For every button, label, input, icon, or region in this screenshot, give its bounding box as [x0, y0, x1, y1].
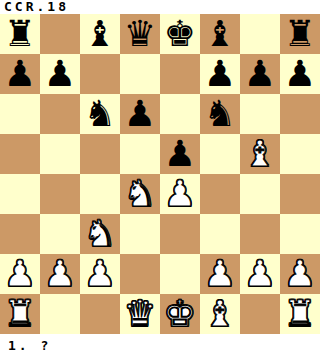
square-c4[interactable]: [80, 174, 120, 214]
piece-black-knight[interactable]: ♞: [204, 94, 236, 134]
square-f5[interactable]: [200, 134, 240, 174]
square-b8[interactable]: [40, 14, 80, 54]
square-a8[interactable]: ♜: [0, 14, 40, 54]
square-e5[interactable]: ♟: [160, 134, 200, 174]
chess-board: ♜♝♛♚♝♜♟♟♟♟♟♞♟♞♟♝♞♟♞♟♟♟♟♟♟♜♛♚♝♜: [0, 14, 320, 334]
square-c7[interactable]: [80, 54, 120, 94]
square-h2[interactable]: ♟: [280, 254, 320, 294]
piece-white-bishop[interactable]: ♝: [244, 134, 276, 174]
square-f8[interactable]: ♝: [200, 14, 240, 54]
square-c1[interactable]: [80, 294, 120, 334]
square-f7[interactable]: ♟: [200, 54, 240, 94]
piece-white-pawn[interactable]: ♟: [84, 254, 116, 294]
piece-white-pawn[interactable]: ♟: [164, 174, 196, 214]
square-f4[interactable]: [200, 174, 240, 214]
square-e7[interactable]: [160, 54, 200, 94]
piece-white-pawn[interactable]: ♟: [284, 254, 316, 294]
piece-white-rook[interactable]: ♜: [284, 294, 316, 334]
square-d6[interactable]: ♟: [120, 94, 160, 134]
piece-white-queen[interactable]: ♛: [124, 294, 156, 334]
square-a6[interactable]: [0, 94, 40, 134]
square-e6[interactable]: [160, 94, 200, 134]
piece-black-knight[interactable]: ♞: [84, 94, 116, 134]
square-d5[interactable]: [120, 134, 160, 174]
piece-white-bishop[interactable]: ♝: [204, 294, 236, 334]
piece-black-pawn[interactable]: ♟: [44, 54, 76, 94]
square-h6[interactable]: [280, 94, 320, 134]
piece-white-rook[interactable]: ♜: [4, 294, 36, 334]
square-e8[interactable]: ♚: [160, 14, 200, 54]
square-d2[interactable]: [120, 254, 160, 294]
square-d7[interactable]: [120, 54, 160, 94]
square-b7[interactable]: ♟: [40, 54, 80, 94]
piece-black-bishop[interactable]: ♝: [84, 14, 116, 54]
square-f1[interactable]: ♝: [200, 294, 240, 334]
square-g1[interactable]: [240, 294, 280, 334]
square-f6[interactable]: ♞: [200, 94, 240, 134]
square-g8[interactable]: [240, 14, 280, 54]
square-g2[interactable]: ♟: [240, 254, 280, 294]
square-e3[interactable]: [160, 214, 200, 254]
square-c8[interactable]: ♝: [80, 14, 120, 54]
piece-black-pawn[interactable]: ♟: [164, 134, 196, 174]
piece-white-pawn[interactable]: ♟: [4, 254, 36, 294]
square-a3[interactable]: [0, 214, 40, 254]
piece-black-queen[interactable]: ♛: [124, 14, 156, 54]
square-a1[interactable]: ♜: [0, 294, 40, 334]
square-c5[interactable]: [80, 134, 120, 174]
piece-black-pawn[interactable]: ♟: [244, 54, 276, 94]
square-e2[interactable]: [160, 254, 200, 294]
move-prompt: 1. ?: [8, 338, 51, 354]
piece-white-king[interactable]: ♚: [164, 294, 196, 334]
square-e4[interactable]: ♟: [160, 174, 200, 214]
square-c6[interactable]: ♞: [80, 94, 120, 134]
square-f2[interactable]: ♟: [200, 254, 240, 294]
piece-black-pawn[interactable]: ♟: [4, 54, 36, 94]
square-a5[interactable]: [0, 134, 40, 174]
piece-white-pawn[interactable]: ♟: [204, 254, 236, 294]
square-a4[interactable]: [0, 174, 40, 214]
square-b5[interactable]: [40, 134, 80, 174]
square-a2[interactable]: ♟: [0, 254, 40, 294]
square-e1[interactable]: ♚: [160, 294, 200, 334]
square-g6[interactable]: [240, 94, 280, 134]
square-h8[interactable]: ♜: [280, 14, 320, 54]
square-h4[interactable]: [280, 174, 320, 214]
piece-black-bishop[interactable]: ♝: [204, 14, 236, 54]
square-d8[interactable]: ♛: [120, 14, 160, 54]
piece-black-pawn[interactable]: ♟: [284, 54, 316, 94]
square-h5[interactable]: [280, 134, 320, 174]
piece-black-pawn[interactable]: ♟: [124, 94, 156, 134]
square-c2[interactable]: ♟: [80, 254, 120, 294]
square-d1[interactable]: ♛: [120, 294, 160, 334]
piece-white-knight[interactable]: ♞: [124, 174, 156, 214]
square-g5[interactable]: ♝: [240, 134, 280, 174]
square-f3[interactable]: [200, 214, 240, 254]
square-g3[interactable]: [240, 214, 280, 254]
piece-black-pawn[interactable]: ♟: [204, 54, 236, 94]
square-h7[interactable]: ♟: [280, 54, 320, 94]
square-b2[interactable]: ♟: [40, 254, 80, 294]
square-g4[interactable]: [240, 174, 280, 214]
square-d4[interactable]: ♞: [120, 174, 160, 214]
square-b1[interactable]: [40, 294, 80, 334]
square-d3[interactable]: [120, 214, 160, 254]
square-b6[interactable]: [40, 94, 80, 134]
piece-black-king[interactable]: ♚: [164, 14, 196, 54]
square-b4[interactable]: [40, 174, 80, 214]
square-h1[interactable]: ♜: [280, 294, 320, 334]
piece-white-pawn[interactable]: ♟: [244, 254, 276, 294]
square-g7[interactable]: ♟: [240, 54, 280, 94]
piece-black-rook[interactable]: ♜: [284, 14, 316, 54]
square-h3[interactable]: [280, 214, 320, 254]
position-label: CCR.18: [4, 0, 69, 14]
piece-white-pawn[interactable]: ♟: [44, 254, 76, 294]
square-b3[interactable]: [40, 214, 80, 254]
piece-white-knight[interactable]: ♞: [84, 214, 116, 254]
square-c3[interactable]: ♞: [80, 214, 120, 254]
square-a7[interactable]: ♟: [0, 54, 40, 94]
piece-black-rook[interactable]: ♜: [4, 14, 36, 54]
